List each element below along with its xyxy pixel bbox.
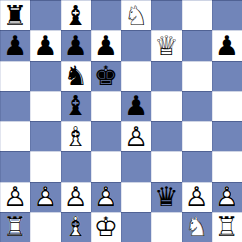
square-h2[interactable]: ♟♙ — [212, 182, 242, 212]
square-b4[interactable] — [30, 121, 60, 151]
square-f4[interactable] — [151, 121, 181, 151]
square-g7[interactable] — [182, 30, 212, 60]
piece-black-king[interactable]: ♚ — [91, 61, 121, 91]
square-d4[interactable] — [91, 121, 121, 151]
piece-white-bishop[interactable]: ♝♗ — [61, 121, 91, 151]
piece-glyph: ♟ — [30, 30, 60, 60]
piece-glyph: ♟ — [121, 91, 151, 121]
piece-glyph: ♝ — [61, 91, 91, 121]
square-h7[interactable]: ♟ — [212, 30, 242, 60]
piece-white-pawn[interactable]: ♟♙ — [121, 121, 151, 151]
piece-glyph: ♜ — [0, 0, 30, 30]
piece-black-pawn[interactable]: ♟ — [61, 30, 91, 60]
piece-white-knight[interactable]: ♞♘ — [121, 0, 151, 30]
square-b2[interactable]: ♟♙ — [30, 182, 60, 212]
square-g1[interactable]: ♞♘ — [182, 212, 212, 242]
piece-white-pawn[interactable]: ♟♙ — [61, 182, 91, 212]
square-c6[interactable]: ♞ — [61, 61, 91, 91]
piece-black-pawn[interactable]: ♟ — [30, 30, 60, 60]
square-a8[interactable]: ♜ — [0, 0, 30, 30]
square-d2[interactable]: ♟♙ — [91, 182, 121, 212]
piece-outline: ♕ — [151, 30, 181, 60]
piece-white-pawn[interactable]: ♟♙ — [0, 182, 30, 212]
square-g3[interactable] — [182, 151, 212, 181]
square-a2[interactable]: ♟♙ — [0, 182, 30, 212]
piece-white-king[interactable]: ♚♔ — [91, 212, 121, 242]
square-h1[interactable]: ♜♖ — [212, 212, 242, 242]
square-e1[interactable] — [121, 212, 151, 242]
piece-glyph: ♞ — [61, 61, 91, 91]
piece-black-pawn[interactable]: ♟ — [121, 91, 151, 121]
square-f5[interactable] — [151, 91, 181, 121]
square-e6[interactable] — [121, 61, 151, 91]
square-c2[interactable]: ♟♙ — [61, 182, 91, 212]
piece-black-bishop[interactable]: ♝ — [61, 91, 91, 121]
square-d1[interactable]: ♚♔ — [91, 212, 121, 242]
square-a3[interactable] — [0, 151, 30, 181]
square-e8[interactable]: ♞♘ — [121, 0, 151, 30]
piece-outline: ♙ — [91, 182, 121, 212]
square-c7[interactable]: ♟ — [61, 30, 91, 60]
piece-black-knight[interactable]: ♞ — [61, 61, 91, 91]
piece-black-pawn[interactable]: ♟ — [0, 30, 30, 60]
square-g5[interactable] — [182, 91, 212, 121]
square-e7[interactable] — [121, 30, 151, 60]
square-h3[interactable] — [212, 151, 242, 181]
piece-outline: ♙ — [121, 121, 151, 151]
piece-white-queen[interactable]: ♛♕ — [151, 30, 181, 60]
piece-white-bishop[interactable]: ♝♗ — [61, 212, 91, 242]
piece-white-rook[interactable]: ♜♖ — [212, 212, 242, 242]
piece-white-rook[interactable]: ♜♖ — [0, 212, 30, 242]
piece-black-bishop[interactable]: ♝ — [61, 0, 91, 30]
square-a1[interactable]: ♜♖ — [0, 212, 30, 242]
square-d6[interactable]: ♚ — [91, 61, 121, 91]
square-e4[interactable]: ♟♙ — [121, 121, 151, 151]
square-h8[interactable] — [212, 0, 242, 30]
piece-glyph: ♟ — [61, 30, 91, 60]
square-a5[interactable] — [0, 91, 30, 121]
piece-outline: ♙ — [61, 182, 91, 212]
square-a4[interactable] — [0, 121, 30, 151]
square-g4[interactable] — [182, 121, 212, 151]
piece-glyph: ♝ — [61, 0, 91, 30]
square-c5[interactable]: ♝ — [61, 91, 91, 121]
square-a7[interactable]: ♟ — [0, 30, 30, 60]
piece-outline: ♘ — [182, 212, 212, 242]
piece-glyph: ♟ — [212, 30, 242, 60]
square-c3[interactable] — [61, 151, 91, 181]
piece-white-pawn[interactable]: ♟♙ — [91, 182, 121, 212]
square-d5[interactable] — [91, 91, 121, 121]
square-e2[interactable] — [121, 182, 151, 212]
piece-outline: ♙ — [182, 182, 212, 212]
piece-white-pawn[interactable]: ♟♙ — [212, 182, 242, 212]
square-a6[interactable] — [0, 61, 30, 91]
square-b8[interactable] — [30, 0, 60, 30]
square-f3[interactable] — [151, 151, 181, 181]
piece-outline: ♖ — [212, 212, 242, 242]
square-b6[interactable] — [30, 61, 60, 91]
piece-glyph: ♟ — [91, 30, 121, 60]
square-h5[interactable] — [212, 91, 242, 121]
square-e5[interactable]: ♟ — [121, 91, 151, 121]
piece-glyph: ♚ — [91, 61, 121, 91]
piece-white-knight[interactable]: ♞♘ — [182, 212, 212, 242]
piece-black-rook[interactable]: ♜ — [0, 0, 30, 30]
square-g6[interactable] — [182, 61, 212, 91]
square-f6[interactable] — [151, 61, 181, 91]
square-h6[interactable] — [212, 61, 242, 91]
piece-black-queen[interactable]: ♛ — [151, 182, 181, 212]
piece-outline: ♙ — [212, 182, 242, 212]
square-g2[interactable]: ♟♙ — [182, 182, 212, 212]
piece-glyph: ♟ — [0, 30, 30, 60]
piece-outline: ♔ — [91, 212, 121, 242]
piece-outline: ♘ — [121, 0, 151, 30]
square-d7[interactable]: ♟ — [91, 30, 121, 60]
square-f7[interactable]: ♛♕ — [151, 30, 181, 60]
piece-outline: ♖ — [0, 212, 30, 242]
square-b7[interactable]: ♟ — [30, 30, 60, 60]
piece-black-pawn[interactable]: ♟ — [212, 30, 242, 60]
square-c4[interactable]: ♝♗ — [61, 121, 91, 151]
piece-outline: ♗ — [61, 212, 91, 242]
square-b3[interactable] — [30, 151, 60, 181]
chess-board: ♜♝♞♘♟♟♟♟♛♕♟♞♚♝♟♝♗♟♙♟♙♟♙♟♙♟♙♛♟♙♟♙♜♖♝♗♚♔♞♘… — [0, 0, 242, 242]
square-b1[interactable] — [30, 212, 60, 242]
square-d8[interactable] — [91, 0, 121, 30]
piece-outline: ♙ — [0, 182, 30, 212]
square-b5[interactable] — [30, 91, 60, 121]
square-d3[interactable] — [91, 151, 121, 181]
square-h4[interactable] — [212, 121, 242, 151]
square-f8[interactable] — [151, 0, 181, 30]
piece-outline: ♗ — [61, 121, 91, 151]
piece-white-pawn[interactable]: ♟♙ — [30, 182, 60, 212]
piece-black-pawn[interactable]: ♟ — [91, 30, 121, 60]
square-f1[interactable] — [151, 212, 181, 242]
square-c1[interactable]: ♝♗ — [61, 212, 91, 242]
square-g8[interactable] — [182, 0, 212, 30]
piece-outline: ♙ — [30, 182, 60, 212]
piece-white-pawn[interactable]: ♟♙ — [182, 182, 212, 212]
square-f2[interactable]: ♛ — [151, 182, 181, 212]
square-c8[interactable]: ♝ — [61, 0, 91, 30]
square-e3[interactable] — [121, 151, 151, 181]
piece-glyph: ♛ — [151, 182, 181, 212]
